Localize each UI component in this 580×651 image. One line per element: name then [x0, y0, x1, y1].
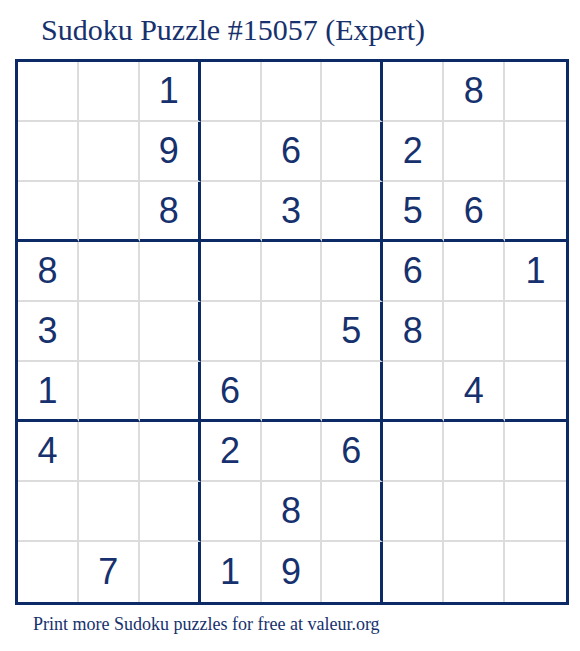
cell-r8c1[interactable]: [18, 482, 79, 542]
cell-r6c2[interactable]: [79, 362, 140, 422]
cell-r1c1[interactable]: [18, 62, 79, 122]
sudoku-board: 1896283568613581644268719: [15, 59, 569, 605]
cell-r1c4[interactable]: [201, 62, 262, 122]
cell-r7c5[interactable]: [262, 422, 323, 482]
cell-r6c7[interactable]: [383, 362, 444, 422]
cell-r4c9[interactable]: 1: [505, 242, 566, 302]
cell-r3c2[interactable]: [79, 182, 140, 242]
cell-r7c3[interactable]: [140, 422, 201, 482]
cell-r3c7[interactable]: 5: [383, 182, 444, 242]
cell-r8c3[interactable]: [140, 482, 201, 542]
cell-r6c5[interactable]: [262, 362, 323, 422]
cell-r8c2[interactable]: [79, 482, 140, 542]
cell-r7c9[interactable]: [505, 422, 566, 482]
cell-r9c2[interactable]: 7: [79, 542, 140, 602]
cell-r9c8[interactable]: [444, 542, 505, 602]
cell-r2c6[interactable]: [322, 122, 383, 182]
cell-r6c1[interactable]: 1: [18, 362, 79, 422]
cell-r9c5[interactable]: 9: [262, 542, 323, 602]
cell-r2c9[interactable]: [505, 122, 566, 182]
cell-r4c3[interactable]: [140, 242, 201, 302]
cell-r3c1[interactable]: [18, 182, 79, 242]
cell-r5c1[interactable]: 3: [18, 302, 79, 362]
cell-r5c4[interactable]: [201, 302, 262, 362]
cell-r6c6[interactable]: [322, 362, 383, 422]
cell-r2c5[interactable]: 6: [262, 122, 323, 182]
cell-r1c7[interactable]: [383, 62, 444, 122]
cell-r2c2[interactable]: [79, 122, 140, 182]
cell-r3c6[interactable]: [322, 182, 383, 242]
cell-r2c4[interactable]: [201, 122, 262, 182]
cell-r2c7[interactable]: 2: [383, 122, 444, 182]
cell-r7c4[interactable]: 2: [201, 422, 262, 482]
cell-r3c3[interactable]: 8: [140, 182, 201, 242]
cell-r5c7[interactable]: 8: [383, 302, 444, 362]
cell-r6c8[interactable]: 4: [444, 362, 505, 422]
cell-r3c8[interactable]: 6: [444, 182, 505, 242]
cell-r4c6[interactable]: [322, 242, 383, 302]
cell-r4c7[interactable]: 6: [383, 242, 444, 302]
cell-r2c1[interactable]: [18, 122, 79, 182]
cell-r5c3[interactable]: [140, 302, 201, 362]
cell-r5c6[interactable]: 5: [322, 302, 383, 362]
cell-r6c3[interactable]: [140, 362, 201, 422]
cell-r7c6[interactable]: 6: [322, 422, 383, 482]
cell-r1c6[interactable]: [322, 62, 383, 122]
cell-r3c4[interactable]: [201, 182, 262, 242]
cell-r1c5[interactable]: [262, 62, 323, 122]
cell-r8c5[interactable]: 8: [262, 482, 323, 542]
cell-r8c7[interactable]: [383, 482, 444, 542]
cell-r7c8[interactable]: [444, 422, 505, 482]
cell-r7c1[interactable]: 4: [18, 422, 79, 482]
cell-r5c2[interactable]: [79, 302, 140, 362]
puzzle-title: Sudoku Puzzle #15057 (Expert): [41, 13, 425, 46]
cell-r9c3[interactable]: [140, 542, 201, 602]
cell-r1c3[interactable]: 1: [140, 62, 201, 122]
cell-r6c9[interactable]: [505, 362, 566, 422]
cell-r8c4[interactable]: [201, 482, 262, 542]
cell-r8c8[interactable]: [444, 482, 505, 542]
cell-r7c2[interactable]: [79, 422, 140, 482]
cell-r9c7[interactable]: [383, 542, 444, 602]
cell-r4c8[interactable]: [444, 242, 505, 302]
cell-r3c5[interactable]: 3: [262, 182, 323, 242]
cell-r9c1[interactable]: [18, 542, 79, 602]
cell-r9c4[interactable]: 1: [201, 542, 262, 602]
cell-r6c4[interactable]: 6: [201, 362, 262, 422]
cell-r7c7[interactable]: [383, 422, 444, 482]
cell-r4c5[interactable]: [262, 242, 323, 302]
cell-r2c3[interactable]: 9: [140, 122, 201, 182]
cell-r9c9[interactable]: [505, 542, 566, 602]
cell-r8c6[interactable]: [322, 482, 383, 542]
cell-r5c5[interactable]: [262, 302, 323, 362]
footer-text: Print more Sudoku puzzles for free at va…: [33, 614, 380, 635]
cell-r4c4[interactable]: [201, 242, 262, 302]
page: Sudoku Puzzle #15057 (Expert) 1896283568…: [0, 0, 580, 651]
cell-r1c9[interactable]: [505, 62, 566, 122]
cell-r5c8[interactable]: [444, 302, 505, 362]
cell-r2c8[interactable]: [444, 122, 505, 182]
cell-r5c9[interactable]: [505, 302, 566, 362]
cell-r3c9[interactable]: [505, 182, 566, 242]
cell-r9c6[interactable]: [322, 542, 383, 602]
cell-r8c9[interactable]: [505, 482, 566, 542]
cell-r1c8[interactable]: 8: [444, 62, 505, 122]
cell-r1c2[interactable]: [79, 62, 140, 122]
cell-r4c1[interactable]: 8: [18, 242, 79, 302]
cell-r4c2[interactable]: [79, 242, 140, 302]
